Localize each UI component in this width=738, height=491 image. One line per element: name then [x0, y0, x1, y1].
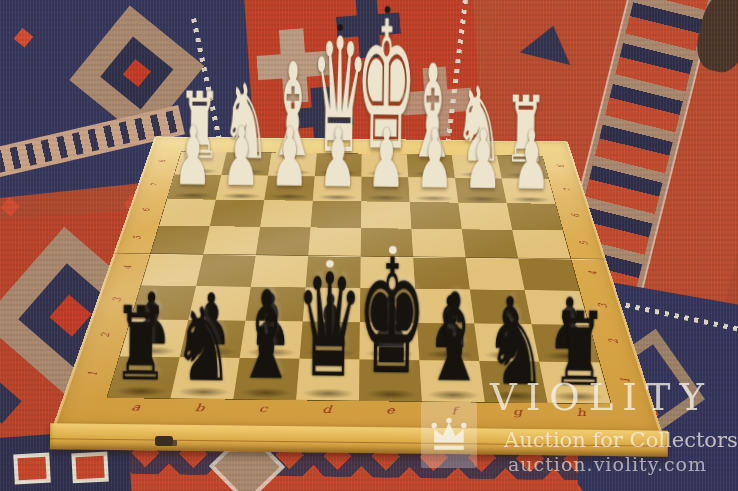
square-h6 [507, 203, 563, 230]
square-f6 [410, 202, 462, 229]
rank-label-1-left: 1 [83, 367, 101, 380]
square-e6 [361, 201, 411, 228]
box-clasp [155, 436, 173, 446]
watermark-logo-box [421, 402, 477, 468]
white-pawn-h7: ♟ [512, 120, 550, 202]
file-label-b: b [188, 402, 212, 414]
square-h5 [512, 230, 570, 260]
watermark-subtitle: Auction for Collectors [504, 428, 738, 452]
rank-label-8-right: 8 [554, 163, 567, 170]
square-g5 [462, 229, 518, 258]
square-g7: ♟ [455, 178, 507, 203]
square-d7: ♟ [313, 176, 362, 201]
file-label-d: d [316, 403, 338, 415]
rank-label-2-left: 2 [96, 329, 113, 341]
white-pawn-b7: ♟ [222, 117, 260, 199]
white-pawn-f7: ♟ [415, 119, 453, 201]
black-bishop-c1: ♝ [235, 275, 297, 397]
white-pawn-e7: ♟ [367, 119, 405, 201]
square-b1: ♞ [170, 357, 239, 399]
white-pawn-c7: ♟ [270, 117, 308, 199]
rank-label-5-left: 5 [129, 233, 144, 242]
white-pawn-d7: ♟ [318, 118, 356, 200]
file-label-a: a [124, 401, 149, 413]
square-h7: ♟ [502, 179, 556, 204]
square-c7: ♟ [264, 176, 315, 201]
rank-label-7-right: 7 [561, 186, 574, 194]
file-label-e: e [379, 404, 401, 416]
black-knight-b1: ♞ [172, 294, 234, 396]
square-d6 [311, 201, 362, 228]
rank-label-5-right: 5 [576, 239, 591, 248]
rank-label-3-right: 3 [594, 300, 610, 311]
white-pawn-a7: ♟ [173, 116, 211, 198]
rank-label-4-right: 4 [585, 268, 600, 278]
square-b6 [210, 200, 265, 227]
rank-label-6-right: 6 [568, 211, 582, 219]
square-c1: ♝ [233, 358, 299, 400]
square-b7: ♟ [216, 175, 268, 200]
watermark: VIOLITY Auction for Collectors auction.v… [418, 376, 738, 486]
watermark-title: VIOLITY [490, 376, 713, 419]
board-squares: ♜♞♝♛♚♝♞♜♟♟♟♟♟♟♟♟♟♟♟♟♟♟♟♟♜♞♝♛♚♝♞♜ [106, 151, 611, 404]
rank-label-8-left: 8 [155, 158, 168, 165]
black-rook-a1: ♜ [112, 293, 169, 396]
watermark-url: auction.violity.com [508, 453, 707, 475]
square-b5 [203, 226, 260, 255]
square-c6 [260, 200, 313, 227]
square-a6 [159, 199, 215, 226]
white-pawn-g7: ♟ [464, 120, 502, 202]
square-e1: ♚ [359, 359, 422, 401]
square-g6 [458, 203, 512, 230]
rank-label-6-left: 6 [139, 206, 153, 214]
square-d1: ♛ [296, 359, 359, 401]
rank-label-7-left: 7 [147, 181, 160, 189]
black-king-e1: ♚ [356, 240, 427, 399]
square-a7: ♟ [167, 175, 221, 200]
square-e7: ♟ [361, 177, 409, 202]
photo-stage: ♜♞♝♛♚♝♞♜♟♟♟♟♟♟♟♟♟♟♟♟♟♟♟♟♜♞♝♛♚♝♞♜ abcdefg… [0, 0, 738, 491]
square-f7: ♟ [408, 177, 458, 202]
crown-icon [430, 417, 468, 453]
square-a5 [151, 226, 210, 255]
file-label-c: c [252, 403, 275, 415]
rank-label-2-right: 2 [605, 335, 622, 347]
black-queen-d1: ♛ [294, 254, 363, 398]
rank-label-4-left: 4 [119, 263, 134, 273]
square-a1: ♜ [108, 357, 180, 399]
